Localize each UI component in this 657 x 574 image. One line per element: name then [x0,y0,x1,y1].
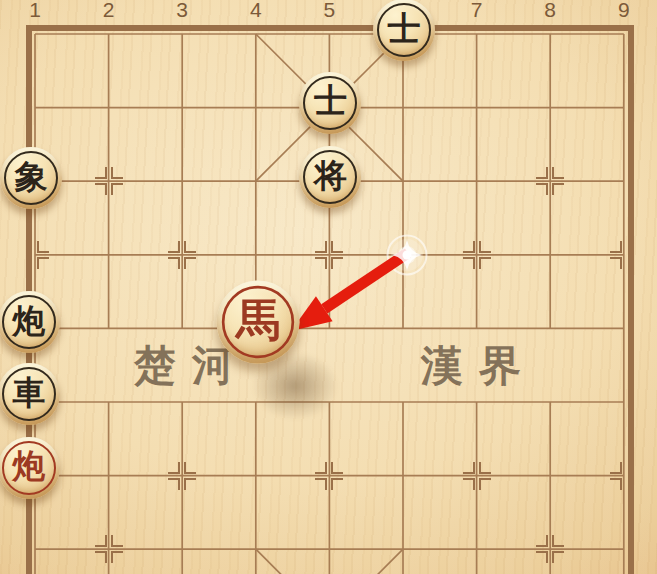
column-label: 2 [95,0,123,22]
piece-black-chariot[interactable]: 車 [0,363,60,425]
column-label: 8 [536,0,564,22]
piece-glyph: 炮 [0,291,60,353]
piece-glyph: 炮 [0,437,60,499]
column-label: 4 [242,0,270,22]
piece-black-elephant[interactable]: 象 [0,147,62,209]
piece-black-general[interactable]: 将 [299,146,361,208]
point-marker [607,238,641,272]
point-marker [92,164,126,198]
point-marker [18,238,52,272]
piece-black-cannon[interactable]: 炮 [0,291,60,353]
point-marker [533,532,567,566]
point-marker [165,459,199,493]
point-marker [165,238,199,272]
piece-glyph: 士 [299,72,361,134]
piece-black-advisor[interactable]: 士 [373,0,435,61]
xiangqi-board-screen: 123456789 楚河 漢界 士士将象炮車炮馬 [0,0,657,574]
piece-glyph: 将 [299,146,361,208]
piece-red-horse[interactable]: 馬 [216,281,299,364]
point-marker [533,164,567,198]
piece-red-cannon[interactable]: 炮 [0,437,60,499]
river-label-han-jie: 漢界 [421,338,537,394]
column-label: 5 [315,0,343,22]
point-marker [312,238,346,272]
piece-glyph: 士 [373,0,435,61]
piece-glyph: 馬 [216,281,299,364]
piece-glyph: 象 [0,147,62,209]
column-label: 3 [168,0,196,22]
column-label: 7 [463,0,491,22]
point-marker [92,532,126,566]
column-label: 1 [21,0,49,22]
point-marker [607,459,641,493]
point-marker [460,238,494,272]
column-label: 9 [610,0,638,22]
point-marker [460,459,494,493]
piece-black-advisor[interactable]: 士 [299,72,361,134]
piece-glyph: 車 [0,363,60,425]
point-marker [312,459,346,493]
